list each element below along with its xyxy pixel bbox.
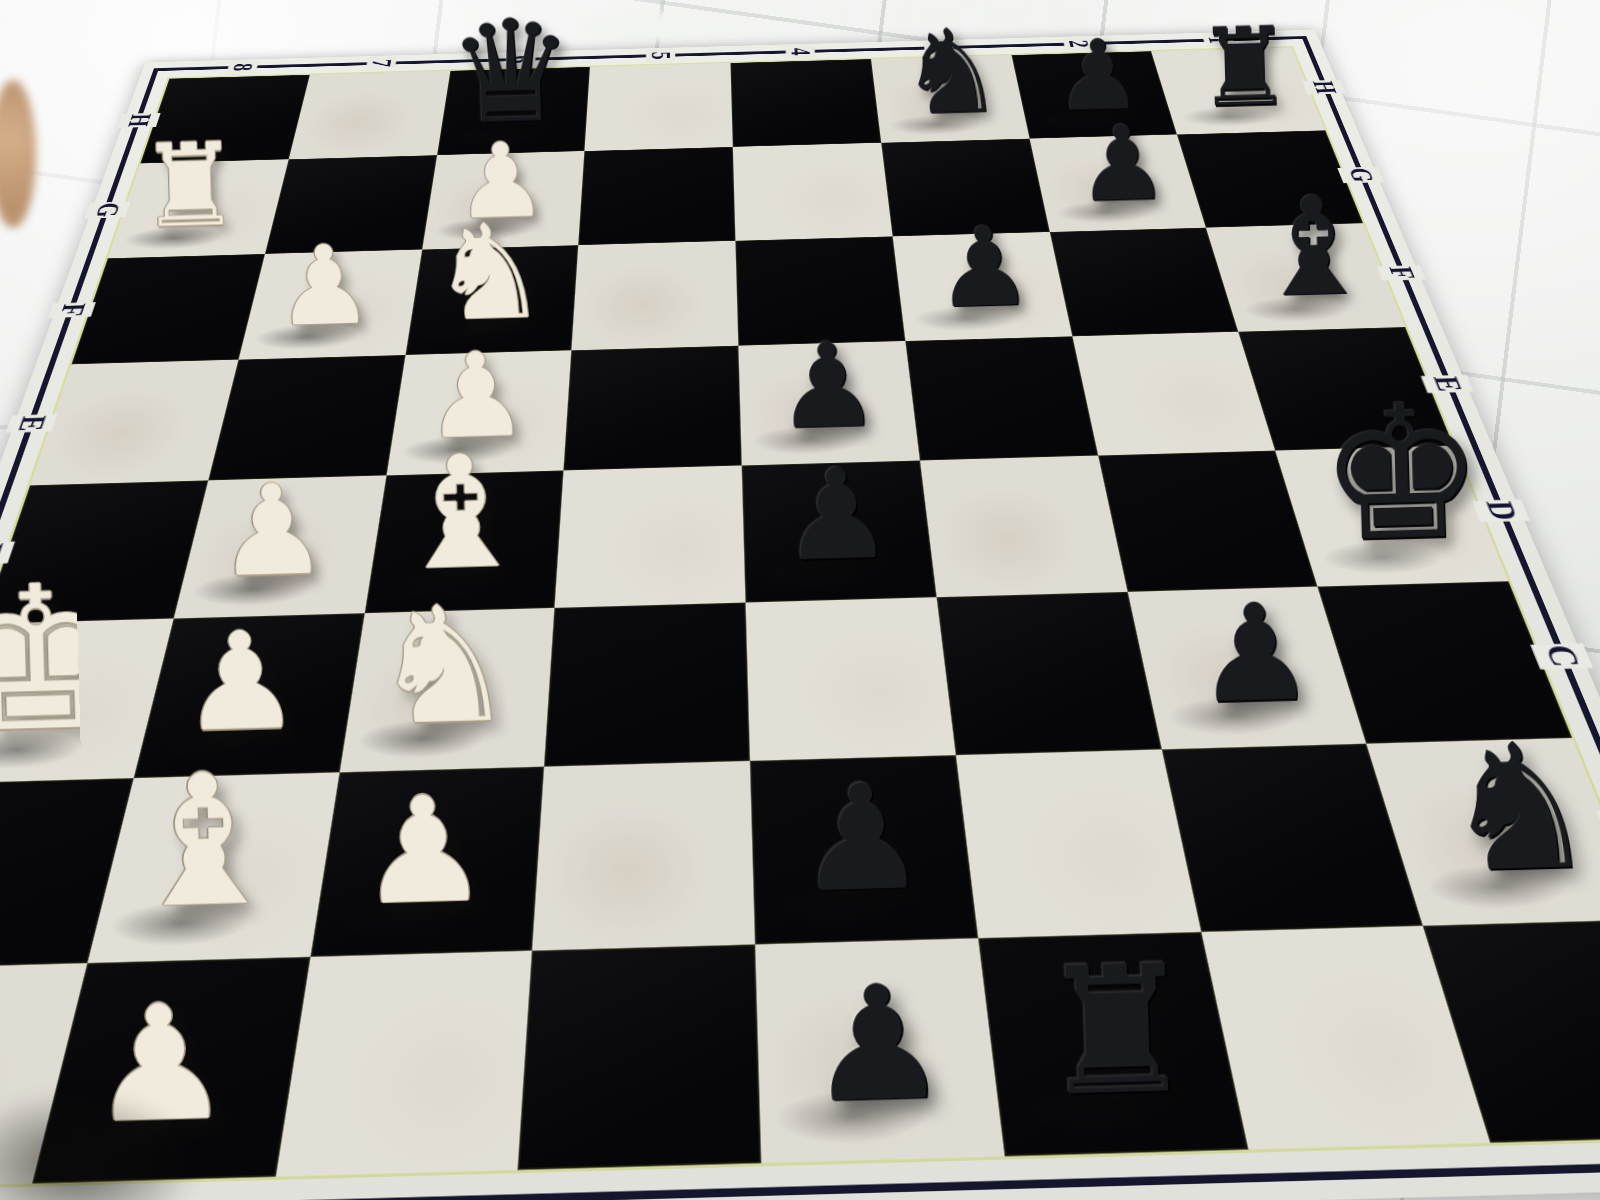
square-d5: [555, 465, 746, 607]
rank-label-text: 5: [646, 49, 675, 63]
square-a6: [275, 951, 532, 1177]
square-g3: [881, 138, 1049, 236]
board-tilt: 87654321HHGGFFEEDDCCBBAA♛♞♟♜♜♟♟♟♞♟♝♟♟♟♝♟…: [145, 30, 1347, 1200]
square-b2: [1161, 743, 1423, 932]
square-h4: [730, 59, 880, 147]
rank-label-text: 8: [226, 60, 259, 74]
square-d8: [0, 480, 208, 623]
mat-edge-gap: [585, 14, 735, 40]
square-h5: [585, 63, 733, 151]
square-f5: [572, 240, 739, 350]
square-g7: [265, 155, 437, 254]
square-g4: [733, 143, 892, 241]
square-d2: [1098, 451, 1318, 592]
square-g2: [1029, 134, 1206, 231]
chessboard: 87654321HHGGFFEEDDCCBBAA♛♞♟♜♜♟♟♟♞♟♝♟♟♟♝♟…: [0, 30, 1600, 1200]
square-a1: [1423, 920, 1600, 1143]
square-c5: [544, 602, 749, 766]
square-e3: [905, 337, 1097, 461]
square-g5: [579, 147, 736, 245]
rank-label-text: 3: [924, 41, 955, 55]
square-c3: [936, 592, 1161, 755]
square-b5: [532, 760, 755, 951]
square-b3: [955, 749, 1200, 939]
square-c4: [746, 597, 956, 760]
square-a2: [1201, 926, 1491, 1149]
square-f2: [1049, 227, 1238, 336]
photo-scene: 87654321HHGGFFEEDDCCBBAA♛♞♟♜♜♟♟♟♞♟♝♟♟♟♝♟…: [0, 0, 1600, 1200]
rank-label-text: 6: [506, 52, 537, 66]
square-d3: [920, 456, 1127, 597]
square-a5: [518, 945, 761, 1170]
square-e5: [564, 346, 742, 471]
square-f4: [735, 236, 905, 346]
rank-label-text: 7: [366, 56, 398, 70]
